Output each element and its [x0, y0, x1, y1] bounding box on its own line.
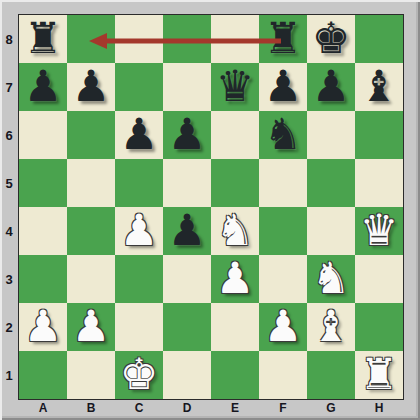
square-e5[interactable] — [211, 159, 259, 207]
square-g7[interactable]: ♟ — [307, 63, 355, 111]
square-c8[interactable] — [115, 15, 163, 63]
rank-label-4: 4 — [0, 207, 18, 255]
white-knight-e4: ♞ — [211, 207, 259, 255]
rank-label-8: 8 — [0, 15, 18, 63]
square-h8[interactable] — [355, 15, 403, 63]
square-b2[interactable]: ♟ — [67, 303, 115, 351]
square-g4[interactable] — [307, 207, 355, 255]
square-d3[interactable] — [163, 255, 211, 303]
square-f3[interactable] — [259, 255, 307, 303]
square-e8[interactable] — [211, 15, 259, 63]
black-rook-a8: ♜ — [19, 15, 67, 63]
white-pawn-f2: ♟ — [259, 303, 307, 351]
square-d5[interactable] — [163, 159, 211, 207]
square-b8[interactable] — [67, 15, 115, 63]
file-label-c: C — [115, 399, 163, 416]
square-b6[interactable] — [67, 111, 115, 159]
square-e7[interactable]: ♛ — [211, 63, 259, 111]
square-g3[interactable]: ♞ — [307, 255, 355, 303]
square-c2[interactable] — [115, 303, 163, 351]
rank-label-3: 3 — [0, 255, 18, 303]
square-d4[interactable]: ♟ — [163, 207, 211, 255]
black-pawn-d6: ♟ — [163, 111, 211, 159]
white-queen-h4: ♛ — [355, 207, 403, 255]
white-pawn-a2: ♟ — [19, 303, 67, 351]
square-d7[interactable] — [163, 63, 211, 111]
white-knight-g3: ♞ — [307, 255, 355, 303]
board-frame: 87654321 ABCDEFGH ♜♜♚♟♟♛♟♟♝♟♟♞♟♟♞♛♟♞♟♟♟♝… — [0, 0, 420, 420]
square-e1[interactable] — [211, 351, 259, 399]
square-e6[interactable] — [211, 111, 259, 159]
square-f2[interactable]: ♟ — [259, 303, 307, 351]
black-pawn-d4: ♟ — [163, 207, 211, 255]
rank-labels: 87654321 — [0, 15, 18, 399]
square-f6[interactable]: ♞ — [259, 111, 307, 159]
white-pawn-c4: ♟ — [115, 207, 163, 255]
square-h5[interactable] — [355, 159, 403, 207]
rank-label-1: 1 — [0, 351, 18, 399]
square-f8[interactable]: ♜ — [259, 15, 307, 63]
black-rook-f8: ♜ — [259, 15, 307, 63]
square-g1[interactable] — [307, 351, 355, 399]
square-d2[interactable] — [163, 303, 211, 351]
square-f4[interactable] — [259, 207, 307, 255]
square-h2[interactable] — [355, 303, 403, 351]
square-c6[interactable]: ♟ — [115, 111, 163, 159]
board[interactable]: ♜♜♚♟♟♛♟♟♝♟♟♞♟♟♞♛♟♞♟♟♟♝♚♜ — [19, 15, 403, 399]
square-a4[interactable] — [19, 207, 67, 255]
rank-label-2: 2 — [0, 303, 18, 351]
square-a6[interactable] — [19, 111, 67, 159]
square-a8[interactable]: ♜ — [19, 15, 67, 63]
square-a5[interactable] — [19, 159, 67, 207]
square-a2[interactable]: ♟ — [19, 303, 67, 351]
square-c4[interactable]: ♟ — [115, 207, 163, 255]
square-h4[interactable]: ♛ — [355, 207, 403, 255]
square-d1[interactable] — [163, 351, 211, 399]
square-a7[interactable]: ♟ — [19, 63, 67, 111]
square-a1[interactable] — [19, 351, 67, 399]
black-knight-f6: ♞ — [259, 111, 307, 159]
square-b4[interactable] — [67, 207, 115, 255]
black-pawn-c6: ♟ — [115, 111, 163, 159]
black-pawn-g7: ♟ — [307, 63, 355, 111]
black-pawn-a7: ♟ — [19, 63, 67, 111]
square-c5[interactable] — [115, 159, 163, 207]
file-label-g: G — [307, 399, 355, 416]
white-king-c1: ♚ — [115, 351, 163, 399]
square-g5[interactable] — [307, 159, 355, 207]
file-label-d: D — [163, 399, 211, 416]
black-bishop-h7: ♝ — [355, 63, 403, 111]
white-pawn-e3: ♟ — [211, 255, 259, 303]
black-queen-e7: ♛ — [211, 63, 259, 111]
rank-label-5: 5 — [0, 159, 18, 207]
file-label-h: H — [355, 399, 403, 416]
square-b5[interactable] — [67, 159, 115, 207]
white-rook-h1: ♜ — [355, 351, 403, 399]
square-h6[interactable] — [355, 111, 403, 159]
black-king-g8: ♚ — [307, 15, 355, 63]
square-h1[interactable]: ♜ — [355, 351, 403, 399]
square-f1[interactable] — [259, 351, 307, 399]
square-g8[interactable]: ♚ — [307, 15, 355, 63]
square-f7[interactable]: ♟ — [259, 63, 307, 111]
file-labels: ABCDEFGH — [19, 399, 403, 416]
square-a3[interactable] — [19, 255, 67, 303]
file-label-e: E — [211, 399, 259, 416]
square-g2[interactable]: ♝ — [307, 303, 355, 351]
board-wrap: ♜♜♚♟♟♛♟♟♝♟♟♞♟♟♞♛♟♞♟♟♟♝♚♜ — [18, 14, 404, 400]
square-b3[interactable] — [67, 255, 115, 303]
square-c1[interactable]: ♚ — [115, 351, 163, 399]
square-e2[interactable] — [211, 303, 259, 351]
file-label-a: A — [19, 399, 67, 416]
square-h7[interactable]: ♝ — [355, 63, 403, 111]
square-e3[interactable]: ♟ — [211, 255, 259, 303]
rank-label-7: 7 — [0, 63, 18, 111]
square-h3[interactable] — [355, 255, 403, 303]
white-bishop-g2: ♝ — [307, 303, 355, 351]
square-c7[interactable] — [115, 63, 163, 111]
file-label-f: F — [259, 399, 307, 416]
square-c3[interactable] — [115, 255, 163, 303]
square-d8[interactable] — [163, 15, 211, 63]
rank-label-6: 6 — [0, 111, 18, 159]
square-e4[interactable]: ♞ — [211, 207, 259, 255]
file-label-b: B — [67, 399, 115, 416]
black-pawn-f7: ♟ — [259, 63, 307, 111]
square-g6[interactable] — [307, 111, 355, 159]
square-f5[interactable] — [259, 159, 307, 207]
black-pawn-b7: ♟ — [67, 63, 115, 111]
square-d6[interactable]: ♟ — [163, 111, 211, 159]
square-b1[interactable] — [67, 351, 115, 399]
square-b7[interactable]: ♟ — [67, 63, 115, 111]
white-pawn-b2: ♟ — [67, 303, 115, 351]
